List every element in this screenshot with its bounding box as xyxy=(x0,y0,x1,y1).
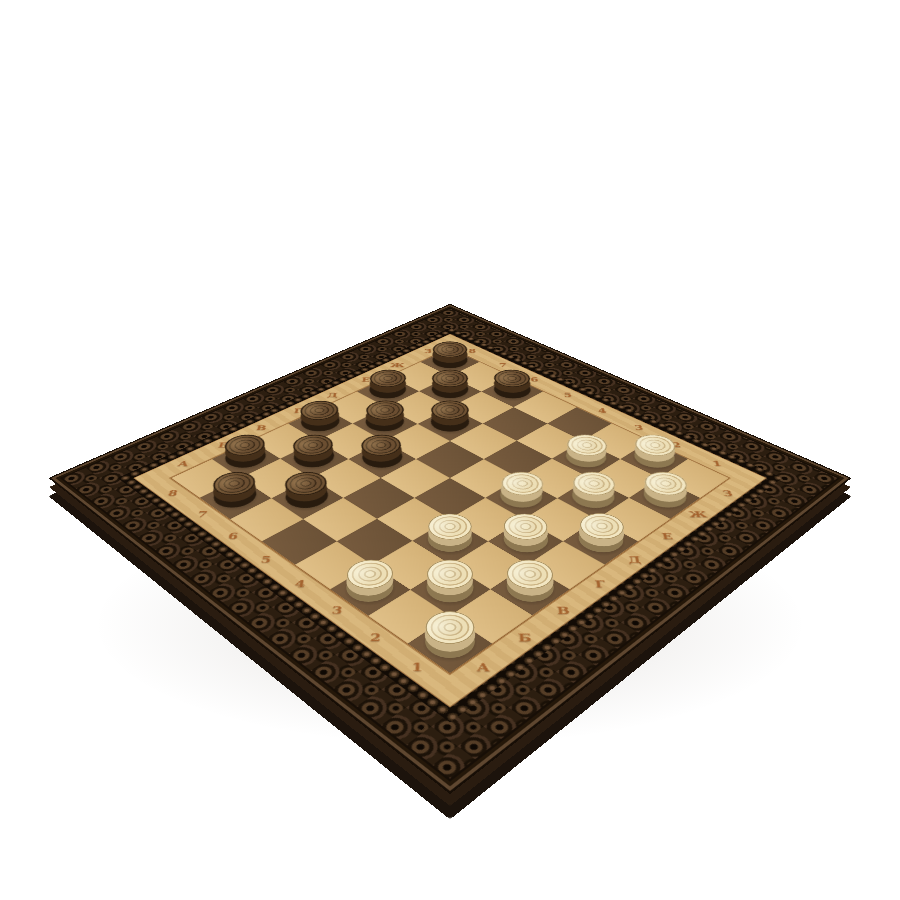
square-f2[interactable] xyxy=(557,478,628,519)
black-piece[interactable] xyxy=(348,441,416,478)
square-d6[interactable] xyxy=(348,441,416,478)
white-piece[interactable] xyxy=(557,478,628,519)
product-photo-scene: АБВГДЕЖЗ АБВГДЕЖЗ 87654321 87654321 xyxy=(0,0,900,900)
